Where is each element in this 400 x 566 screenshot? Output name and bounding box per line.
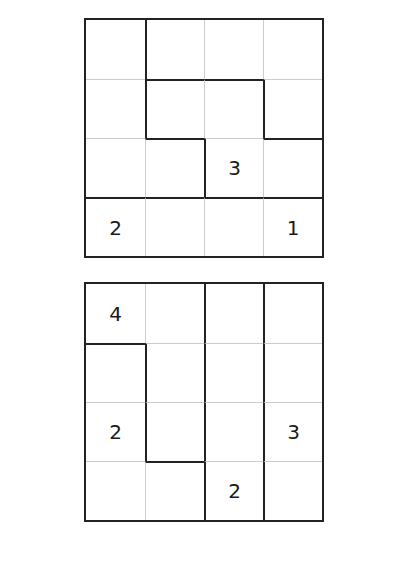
top-grid-cell-r1c2[interactable] — [145, 20, 204, 79]
bottom-grid-cell-r2c3[interactable] — [204, 343, 263, 402]
top-grid-cell-r4c3[interactable] — [204, 197, 263, 256]
top-grid-cell-r2c3[interactable] — [204, 79, 263, 138]
given-digit: 3 — [228, 158, 241, 178]
top-grid-cell-r3c2[interactable] — [145, 138, 204, 197]
top-grid-cell-r3c3[interactable]: 3 — [204, 138, 263, 197]
top-grid-cell-r4c4[interactable]: 1 — [263, 197, 322, 256]
top-grid-cell-r4c1[interactable]: 2 — [86, 197, 145, 256]
bottom-grid-cell-r4c1[interactable] — [86, 461, 145, 520]
top-grid-cell-r4c2[interactable] — [145, 197, 204, 256]
bottom-grid-cell-r2c1[interactable] — [86, 343, 145, 402]
bottom-grid-cell-r4c2[interactable] — [145, 461, 204, 520]
puzzle-grid-bottom: 4232 — [84, 282, 324, 522]
bottom-grid-cell-r1c4[interactable] — [263, 284, 322, 343]
top-grid-cell-r2c2[interactable] — [145, 79, 204, 138]
page: 321 4232 — [0, 0, 400, 566]
bottom-grid-cell-r2c4[interactable] — [263, 343, 322, 402]
bottom-grid-cell-r3c3[interactable] — [204, 402, 263, 461]
bottom-grid-cell-r3c4[interactable]: 3 — [263, 402, 322, 461]
puzzle-grid-top: 321 — [84, 18, 324, 258]
top-grid-cell-r2c4[interactable] — [263, 79, 322, 138]
bottom-grid-cell-r1c2[interactable] — [145, 284, 204, 343]
bottom-grid-cell-r1c1[interactable]: 4 — [86, 284, 145, 343]
given-digit: 4 — [109, 304, 122, 324]
bottom-grid-cell-r4c3[interactable]: 2 — [204, 461, 263, 520]
given-digit: 1 — [287, 218, 300, 238]
given-digit: 2 — [109, 218, 122, 238]
bottom-grid-cell-r3c1[interactable]: 2 — [86, 402, 145, 461]
given-digit: 2 — [109, 422, 122, 442]
given-digit: 2 — [228, 481, 241, 501]
top-grid-cell-r1c4[interactable] — [263, 20, 322, 79]
bottom-grid-cell-r4c4[interactable] — [263, 461, 322, 520]
top-grid-cell-r3c4[interactable] — [263, 138, 322, 197]
top-grid-cell-r3c1[interactable] — [86, 138, 145, 197]
bottom-grid-cell-r1c3[interactable] — [204, 284, 263, 343]
top-grid-cell-r2c1[interactable] — [86, 79, 145, 138]
given-digit: 3 — [287, 422, 300, 442]
bottom-grid-cell-r2c2[interactable] — [145, 343, 204, 402]
top-grid-cell-r1c3[interactable] — [204, 20, 263, 79]
top-grid-cell-r1c1[interactable] — [86, 20, 145, 79]
bottom-grid-cell-r3c2[interactable] — [145, 402, 204, 461]
